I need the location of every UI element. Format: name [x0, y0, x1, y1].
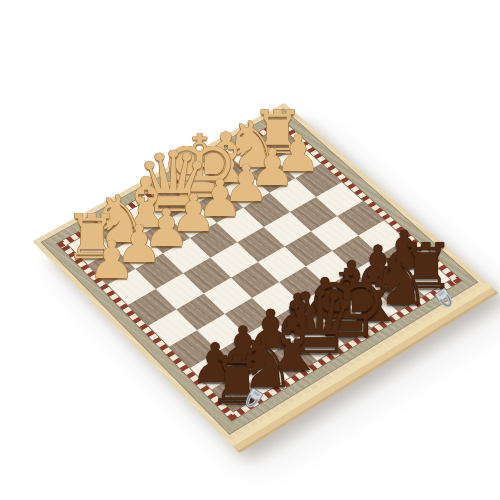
product-photo-scene: ♜♞♝♛♚♝♞♜♟♟♟♟♟♟♟♟♟♟♟♟♟♟♟♟♜♞♝♛♚♝♞♜ [0, 0, 500, 500]
board-frame [41, 108, 479, 435]
board-grid [67, 126, 452, 413]
decorative-border [56, 119, 463, 422]
